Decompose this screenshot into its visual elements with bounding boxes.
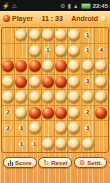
gold-marble — [15, 107, 27, 119]
red-marble — [29, 60, 41, 72]
cell-r6c8[interactable] — [95, 106, 108, 122]
cell-r3c7[interactable] — [82, 59, 95, 75]
gold-marble — [82, 91, 94, 103]
red-marble — [42, 107, 54, 119]
cell-r7c6[interactable] — [68, 121, 81, 137]
cell-r7c3[interactable] — [29, 121, 42, 137]
gold-marble — [29, 91, 41, 103]
hint-ball: 1 — [84, 47, 91, 54]
score-header: Player 11 : 33 Android — [0, 11, 110, 26]
cell-r7c2[interactable]: 3 — [15, 121, 28, 137]
gold-marble — [42, 60, 54, 72]
cell-r8c1[interactable] — [2, 137, 15, 153]
gold-marble — [68, 91, 80, 103]
reset-icon: ↻ — [43, 159, 49, 166]
gold-marble — [42, 29, 54, 41]
cell-r6c4[interactable] — [42, 106, 55, 122]
cell-r5c7[interactable] — [82, 90, 95, 106]
cell-r1c2[interactable] — [15, 28, 28, 44]
gold-marble — [42, 138, 54, 150]
cell-r2c6[interactable] — [68, 44, 81, 60]
battery-icon — [81, 3, 91, 9]
gold-marble — [2, 91, 14, 103]
cell-r6c6[interactable] — [68, 106, 81, 122]
cell-r8c4[interactable] — [42, 137, 55, 153]
reset-button-label: Reset — [51, 160, 67, 166]
gold-marble-icon — [100, 15, 107, 22]
gold-marble — [82, 60, 94, 72]
cell-r7c5[interactable] — [55, 121, 68, 137]
red-marble-icon — [3, 15, 10, 22]
hint-ball: 1 — [84, 32, 91, 39]
cell-r6c1[interactable]: 2 — [2, 106, 15, 122]
score-button-label: Score — [15, 160, 32, 166]
cell-r4c5[interactable] — [55, 75, 68, 91]
hint-ball: 1 — [18, 141, 25, 148]
red-marble — [2, 60, 14, 72]
gold-marble — [68, 60, 80, 72]
gold-marble — [55, 122, 67, 134]
button-bar: Score ↻ Reset ⚙ Setti. — [0, 157, 110, 168]
cell-r5c8[interactable] — [95, 90, 108, 106]
gold-marble — [95, 91, 107, 103]
score-button[interactable]: Score — [3, 157, 37, 168]
gold-marble — [68, 107, 80, 119]
cell-r6c3[interactable] — [29, 106, 42, 122]
red-marble — [95, 107, 107, 119]
hint-ball: 1 — [31, 141, 38, 148]
gold-marble — [68, 45, 80, 57]
cell-r5c6[interactable] — [68, 90, 81, 106]
red-marble — [55, 107, 67, 119]
cell-r2c4[interactable]: 1 — [42, 44, 55, 60]
gold-marble — [68, 29, 80, 41]
cell-r7c7[interactable]: 3 — [82, 121, 95, 137]
cell-r1c8[interactable] — [95, 28, 108, 44]
cell-r2c3[interactable] — [29, 44, 42, 60]
cell-r6c2[interactable] — [15, 106, 28, 122]
red-marble — [55, 76, 67, 88]
hint-ball: 2 — [84, 109, 91, 116]
gold-marble — [55, 29, 67, 41]
gold-marble — [29, 29, 41, 41]
hint-ball: 2 — [5, 109, 12, 116]
android-status-bar: ⚡ ⚠ ⚙ ▮ ▲ 22:45 — [0, 0, 110, 11]
cell-r7c1[interactable]: 2 — [2, 121, 15, 137]
cell-r8c3[interactable]: 1 — [29, 137, 42, 153]
settings-button[interactable]: ⚙ Setti. — [74, 157, 107, 168]
signal-icon: ▮ — [67, 3, 70, 9]
gold-marble — [15, 91, 27, 103]
cell-r5c2[interactable] — [15, 90, 28, 106]
gold-marble — [2, 76, 14, 88]
cell-r8c5[interactable] — [55, 137, 68, 153]
hint-ball: 4 — [98, 47, 105, 54]
cell-r1c6[interactable] — [68, 28, 81, 44]
cell-r3c1[interactable] — [2, 59, 15, 75]
usb-icon: ⚡ — [2, 3, 10, 9]
settings-icon: ⚙ — [79, 159, 85, 166]
cell-r3c2[interactable] — [15, 59, 28, 75]
gold-marble — [82, 138, 94, 150]
cell-r6c7[interactable]: 2 — [82, 106, 95, 122]
cell-r1c4[interactable] — [42, 28, 55, 44]
opponent-label: Android — [71, 15, 98, 22]
cell-r2c7[interactable]: 1 — [82, 44, 95, 60]
player-side: Player — [3, 15, 33, 22]
cell-r3c6[interactable] — [68, 59, 81, 75]
cell-r4c2[interactable] — [15, 75, 28, 91]
board-grid: 111432223311 — [1, 27, 109, 153]
red-marble — [15, 60, 27, 72]
cell-r1c1[interactable] — [2, 28, 15, 44]
gold-marble — [95, 76, 107, 88]
gold-marble — [42, 91, 54, 103]
red-marble — [42, 76, 54, 88]
hint-ball: 3 — [84, 78, 91, 85]
cell-r1c3[interactable] — [29, 28, 42, 44]
red-marble — [55, 60, 67, 72]
gold-marble — [29, 76, 41, 88]
cell-r8c2[interactable]: 1 — [15, 137, 28, 153]
cell-r2c8[interactable]: 4 — [95, 44, 108, 60]
cell-r1c5[interactable] — [55, 28, 68, 44]
warning-icon: ⚠ — [12, 3, 17, 9]
gold-marble — [68, 138, 80, 150]
cell-r5c1[interactable] — [2, 90, 15, 106]
cell-r7c4[interactable] — [42, 121, 55, 137]
app-window: ⚡ ⚠ ⚙ ▮ ▲ 22:45 Player 11 : 33 Android 1… — [0, 0, 110, 183]
gold-marble — [55, 91, 67, 103]
cell-r8c7[interactable] — [82, 137, 95, 153]
gold-marble — [29, 122, 41, 134]
cell-r1c7[interactable]: 1 — [82, 28, 95, 44]
gold-marble — [15, 29, 27, 41]
cell-r5c3[interactable] — [29, 90, 42, 106]
cell-r3c4[interactable] — [42, 59, 55, 75]
cell-r4c1[interactable] — [2, 75, 15, 91]
hint-ball: 2 — [5, 125, 12, 132]
cell-r3c5[interactable] — [55, 59, 68, 75]
wifi-icon: ▲ — [73, 3, 79, 9]
cell-r7c8[interactable] — [95, 121, 108, 137]
gold-marble — [29, 45, 41, 57]
gold-marble — [95, 60, 107, 72]
cell-r4c3[interactable] — [29, 75, 42, 91]
alarm-icon: ⚙ — [60, 3, 65, 9]
hint-ball: 3 — [18, 125, 25, 132]
red-marble — [29, 107, 41, 119]
cell-r4c6[interactable] — [68, 75, 81, 91]
cell-r5c4[interactable] — [42, 90, 55, 106]
cell-r2c1[interactable] — [2, 44, 15, 60]
cell-r2c2[interactable] — [15, 44, 28, 60]
score-text: 11 : 33 — [33, 15, 71, 22]
cell-r2c5[interactable] — [55, 44, 68, 60]
cell-r8c6[interactable] — [68, 137, 81, 153]
android-side: Android — [71, 15, 107, 22]
cell-r6c5[interactable] — [55, 106, 68, 122]
gold-marble — [68, 76, 80, 88]
reset-button[interactable]: ↻ Reset — [38, 157, 72, 168]
cell-r8c8[interactable] — [95, 137, 108, 153]
clock-text: 22:45 — [93, 3, 108, 9]
red-marble — [15, 76, 27, 88]
cell-r4c7[interactable]: 3 — [82, 75, 95, 91]
bar-chart-icon — [8, 160, 13, 166]
gold-marble — [68, 122, 80, 134]
gold-marble — [55, 138, 67, 150]
cell-r4c4[interactable] — [42, 75, 55, 91]
cell-r4c8[interactable] — [95, 75, 108, 91]
hint-ball: 1 — [44, 47, 51, 54]
cell-r3c8[interactable] — [95, 59, 108, 75]
gold-marble — [55, 45, 67, 57]
cell-r3c3[interactable] — [29, 59, 42, 75]
cell-r5c5[interactable] — [55, 90, 68, 106]
hint-ball: 3 — [84, 125, 91, 132]
settings-button-label: Setti. — [87, 160, 102, 166]
player-label: Player — [12, 15, 33, 22]
